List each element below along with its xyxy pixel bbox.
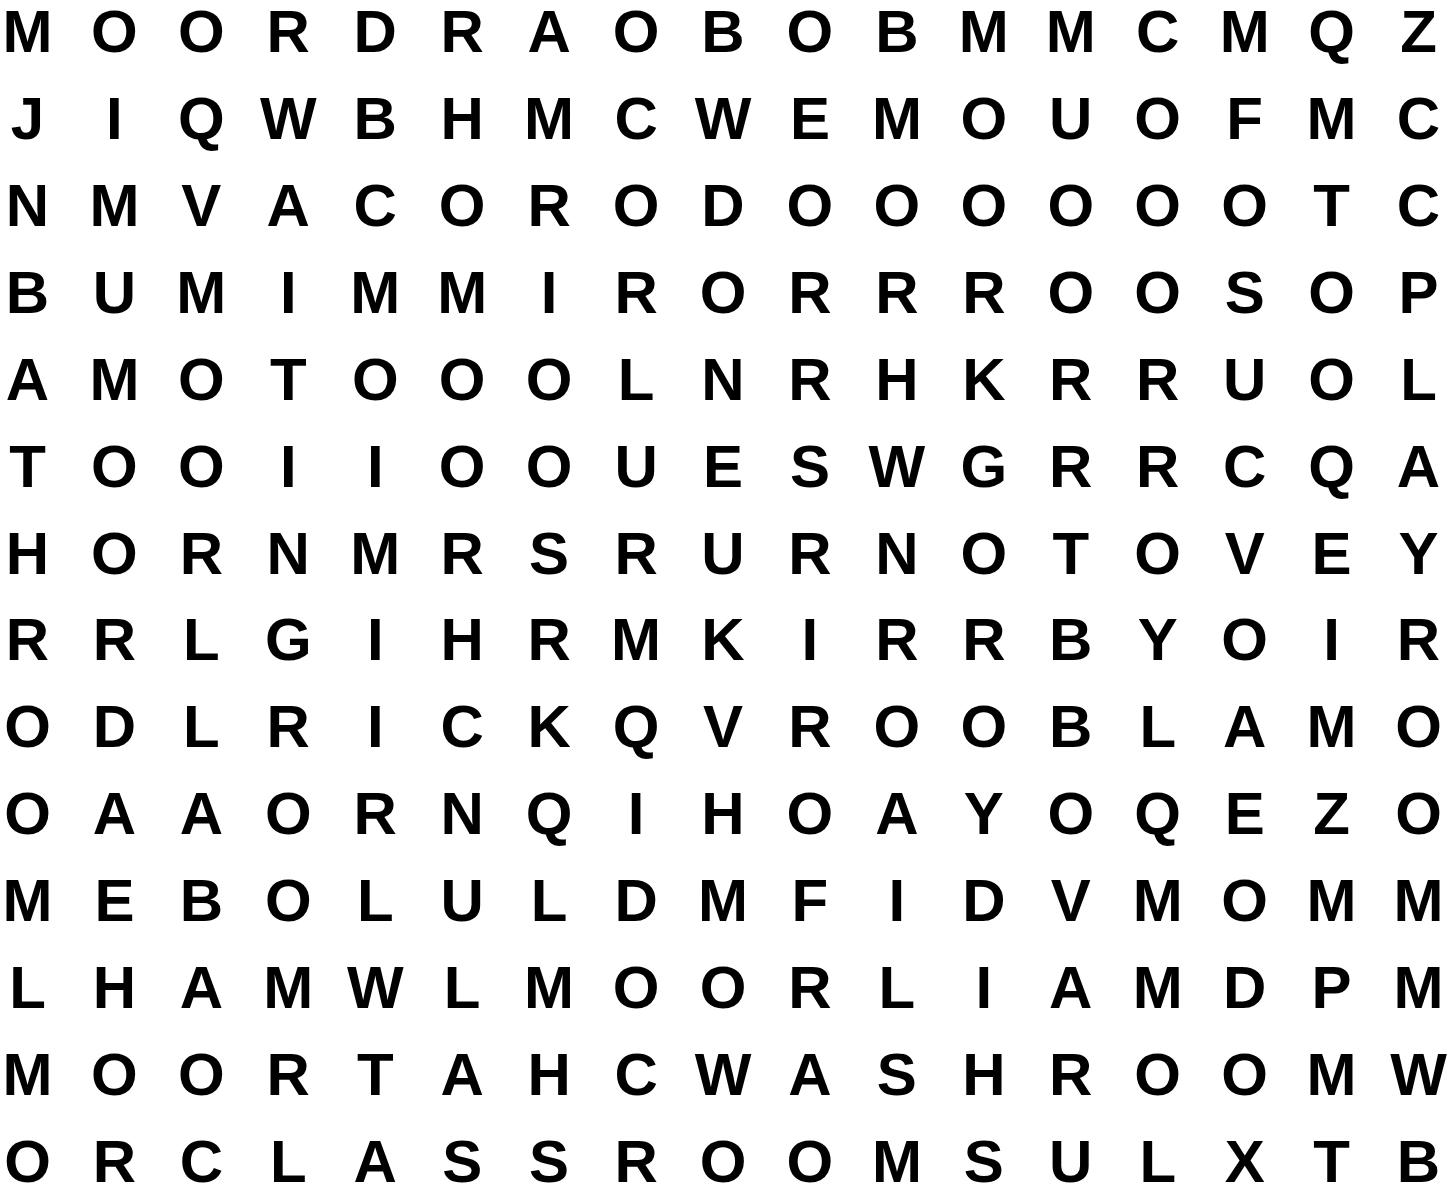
- grid-cell[interactable]: R: [245, 0, 332, 76]
- grid-cell[interactable]: O: [245, 858, 332, 945]
- grid-cell[interactable]: M: [1201, 0, 1288, 76]
- grid-cell[interactable]: S: [419, 1118, 506, 1194]
- grid-cell[interactable]: L: [1114, 684, 1201, 771]
- grid-cell[interactable]: M: [1375, 944, 1454, 1031]
- grid-cell[interactable]: N: [853, 510, 940, 597]
- grid-cell[interactable]: T: [1027, 510, 1114, 597]
- grid-cell[interactable]: R: [593, 510, 680, 597]
- grid-cell[interactable]: M: [853, 1118, 940, 1194]
- grid-cell[interactable]: E: [766, 76, 853, 163]
- grid-cell[interactable]: O: [158, 1031, 245, 1118]
- grid-cell[interactable]: I: [853, 858, 940, 945]
- grid-cell[interactable]: Y: [1375, 510, 1454, 597]
- grid-cell[interactable]: F: [766, 858, 853, 945]
- grid-cell[interactable]: Y: [1114, 597, 1201, 684]
- grid-cell[interactable]: Y: [940, 771, 1027, 858]
- grid-cell[interactable]: Z: [1288, 771, 1375, 858]
- grid-cell[interactable]: L: [158, 684, 245, 771]
- grid-cell[interactable]: L: [593, 336, 680, 423]
- grid-cell[interactable]: K: [940, 336, 1027, 423]
- grid-cell[interactable]: A: [853, 771, 940, 858]
- grid-cell[interactable]: H: [419, 76, 506, 163]
- grid-cell[interactable]: C: [593, 76, 680, 163]
- grid-cell[interactable]: O: [158, 0, 245, 76]
- grid-cell[interactable]: O: [1114, 510, 1201, 597]
- grid-cell[interactable]: C: [1375, 163, 1454, 250]
- grid-cell[interactable]: I: [1288, 597, 1375, 684]
- grid-cell[interactable]: R: [0, 597, 71, 684]
- grid-cell[interactable]: O: [158, 423, 245, 510]
- grid-cell[interactable]: C: [332, 163, 419, 250]
- grid-cell[interactable]: M: [1114, 944, 1201, 1031]
- grid-cell[interactable]: B: [1027, 684, 1114, 771]
- grid-cell[interactable]: U: [593, 423, 680, 510]
- grid-cell[interactable]: M: [419, 250, 506, 337]
- grid-cell[interactable]: O: [506, 336, 593, 423]
- grid-cell[interactable]: O: [0, 771, 71, 858]
- grid-cell[interactable]: N: [0, 163, 71, 250]
- grid-cell[interactable]: B: [853, 0, 940, 76]
- grid-cell[interactable]: R: [71, 1118, 158, 1194]
- grid-cell[interactable]: K: [506, 684, 593, 771]
- grid-cell[interactable]: M: [506, 76, 593, 163]
- grid-cell[interactable]: A: [1027, 944, 1114, 1031]
- grid-cell[interactable]: Z: [1375, 0, 1454, 76]
- grid-cell[interactable]: M: [1027, 0, 1114, 76]
- grid-cell[interactable]: R: [1114, 423, 1201, 510]
- grid-cell[interactable]: I: [332, 423, 419, 510]
- grid-cell[interactable]: O: [71, 423, 158, 510]
- grid-cell[interactable]: L: [1375, 336, 1454, 423]
- grid-cell[interactable]: O: [419, 163, 506, 250]
- word-search-grid: MOORDRAOBOBMMCMQZJIQWBHMCWEMOUOFMCNMVACO…: [0, 0, 1454, 1194]
- grid-cell[interactable]: U: [1027, 1118, 1114, 1194]
- grid-cell[interactable]: B: [680, 0, 767, 76]
- grid-cell[interactable]: M: [1375, 858, 1454, 945]
- grid-cell[interactable]: V: [158, 163, 245, 250]
- grid-cell[interactable]: M: [680, 858, 767, 945]
- grid-cell[interactable]: O: [1201, 163, 1288, 250]
- grid-cell[interactable]: H: [419, 597, 506, 684]
- grid-cell[interactable]: B: [1027, 597, 1114, 684]
- grid-cell[interactable]: C: [1375, 76, 1454, 163]
- grid-cell[interactable]: U: [419, 858, 506, 945]
- grid-cell[interactable]: O: [766, 163, 853, 250]
- grid-cell[interactable]: L: [245, 1118, 332, 1194]
- grid-cell[interactable]: O: [245, 771, 332, 858]
- grid-cell[interactable]: M: [593, 597, 680, 684]
- grid-cell[interactable]: A: [1201, 684, 1288, 771]
- grid-cell[interactable]: O: [1375, 684, 1454, 771]
- grid-cell[interactable]: D: [593, 858, 680, 945]
- grid-cell[interactable]: O: [1114, 163, 1201, 250]
- grid-cell[interactable]: O: [680, 944, 767, 1031]
- grid-cell[interactable]: M: [853, 76, 940, 163]
- grid-cell[interactable]: E: [680, 423, 767, 510]
- grid-cell[interactable]: M: [332, 510, 419, 597]
- grid-cell[interactable]: S: [940, 1118, 1027, 1194]
- grid-cell[interactable]: M: [1288, 1031, 1375, 1118]
- grid-cell[interactable]: R: [1027, 336, 1114, 423]
- grid-cell[interactable]: H: [0, 510, 71, 597]
- grid-cell[interactable]: R: [158, 510, 245, 597]
- grid-cell[interactable]: R: [1375, 597, 1454, 684]
- grid-cell[interactable]: R: [940, 250, 1027, 337]
- grid-cell[interactable]: O: [1114, 250, 1201, 337]
- grid-cell[interactable]: E: [1288, 510, 1375, 597]
- grid-cell[interactable]: W: [680, 76, 767, 163]
- grid-cell[interactable]: R: [419, 510, 506, 597]
- grid-cell[interactable]: O: [419, 336, 506, 423]
- grid-cell[interactable]: N: [419, 771, 506, 858]
- grid-cell[interactable]: X: [1201, 1118, 1288, 1194]
- grid-cell[interactable]: M: [71, 163, 158, 250]
- grid-cell[interactable]: O: [766, 1118, 853, 1194]
- grid-cell[interactable]: G: [940, 423, 1027, 510]
- grid-cell[interactable]: F: [1201, 76, 1288, 163]
- grid-cell[interactable]: O: [1201, 858, 1288, 945]
- grid-cell[interactable]: O: [1288, 336, 1375, 423]
- grid-cell[interactable]: B: [158, 858, 245, 945]
- grid-cell[interactable]: M: [506, 944, 593, 1031]
- grid-cell[interactable]: A: [506, 0, 593, 76]
- grid-cell[interactable]: I: [71, 76, 158, 163]
- grid-cell[interactable]: N: [245, 510, 332, 597]
- grid-cell[interactable]: R: [593, 250, 680, 337]
- grid-cell[interactable]: O: [940, 163, 1027, 250]
- grid-cell[interactable]: R: [593, 1118, 680, 1194]
- grid-cell[interactable]: C: [419, 684, 506, 771]
- grid-cell[interactable]: M: [1288, 858, 1375, 945]
- grid-cell[interactable]: W: [1375, 1031, 1454, 1118]
- grid-cell[interactable]: L: [332, 858, 419, 945]
- grid-cell[interactable]: T: [1288, 163, 1375, 250]
- grid-cell[interactable]: O: [0, 1118, 71, 1194]
- grid-cell[interactable]: I: [332, 684, 419, 771]
- grid-cell[interactable]: I: [332, 597, 419, 684]
- grid-cell[interactable]: R: [766, 250, 853, 337]
- grid-cell[interactable]: N: [680, 336, 767, 423]
- grid-cell[interactable]: I: [593, 771, 680, 858]
- grid-cell[interactable]: A: [0, 336, 71, 423]
- grid-cell[interactable]: R: [419, 0, 506, 76]
- grid-cell[interactable]: Q: [506, 771, 593, 858]
- grid-cell[interactable]: D: [71, 684, 158, 771]
- grid-cell[interactable]: M: [0, 0, 71, 76]
- grid-cell[interactable]: O: [766, 0, 853, 76]
- grid-cell[interactable]: M: [940, 0, 1027, 76]
- grid-cell[interactable]: A: [71, 771, 158, 858]
- grid-cell[interactable]: A: [158, 944, 245, 1031]
- grid-cell[interactable]: U: [1027, 76, 1114, 163]
- grid-cell[interactable]: O: [158, 336, 245, 423]
- grid-cell[interactable]: T: [245, 336, 332, 423]
- grid-cell[interactable]: A: [1375, 423, 1454, 510]
- grid-cell[interactable]: W: [245, 76, 332, 163]
- grid-cell[interactable]: O: [419, 423, 506, 510]
- grid-cell[interactable]: L: [506, 858, 593, 945]
- grid-cell[interactable]: V: [1027, 858, 1114, 945]
- grid-cell[interactable]: U: [1201, 336, 1288, 423]
- grid-cell[interactable]: O: [853, 684, 940, 771]
- grid-cell[interactable]: R: [766, 336, 853, 423]
- grid-cell[interactable]: U: [680, 510, 767, 597]
- grid-cell[interactable]: M: [245, 944, 332, 1031]
- grid-cell[interactable]: L: [0, 944, 71, 1031]
- grid-cell[interactable]: T: [332, 1031, 419, 1118]
- grid-cell[interactable]: R: [1114, 336, 1201, 423]
- grid-cell[interactable]: L: [1114, 1118, 1201, 1194]
- grid-cell[interactable]: D: [680, 163, 767, 250]
- grid-cell[interactable]: R: [853, 250, 940, 337]
- grid-cell[interactable]: W: [853, 423, 940, 510]
- grid-cell[interactable]: M: [1114, 858, 1201, 945]
- grid-cell[interactable]: C: [1114, 0, 1201, 76]
- grid-cell[interactable]: R: [71, 597, 158, 684]
- grid-cell[interactable]: K: [680, 597, 767, 684]
- grid-cell[interactable]: M: [0, 1031, 71, 1118]
- grid-cell[interactable]: I: [506, 250, 593, 337]
- grid-cell[interactable]: O: [71, 1031, 158, 1118]
- grid-cell[interactable]: O: [1027, 163, 1114, 250]
- grid-cell[interactable]: R: [245, 1031, 332, 1118]
- grid-cell[interactable]: O: [1114, 1031, 1201, 1118]
- grid-cell[interactable]: T: [1288, 1118, 1375, 1194]
- grid-cell[interactable]: B: [1375, 1118, 1454, 1194]
- grid-cell[interactable]: V: [1201, 510, 1288, 597]
- grid-cell[interactable]: C: [1201, 423, 1288, 510]
- grid-cell[interactable]: R: [766, 944, 853, 1031]
- grid-cell[interactable]: A: [245, 163, 332, 250]
- grid-cell[interactable]: O: [593, 163, 680, 250]
- grid-cell[interactable]: M: [158, 250, 245, 337]
- grid-cell[interactable]: A: [158, 771, 245, 858]
- grid-cell[interactable]: H: [71, 944, 158, 1031]
- grid-cell[interactable]: O: [1201, 1031, 1288, 1118]
- grid-cell[interactable]: O: [0, 684, 71, 771]
- grid-cell[interactable]: M: [1288, 684, 1375, 771]
- grid-cell[interactable]: I: [245, 423, 332, 510]
- grid-cell[interactable]: O: [940, 76, 1027, 163]
- grid-cell[interactable]: C: [158, 1118, 245, 1194]
- grid-cell[interactable]: O: [593, 944, 680, 1031]
- grid-cell[interactable]: R: [853, 597, 940, 684]
- grid-cell[interactable]: O: [1375, 771, 1454, 858]
- grid-cell[interactable]: O: [853, 163, 940, 250]
- grid-cell[interactable]: W: [332, 944, 419, 1031]
- grid-cell[interactable]: B: [0, 250, 71, 337]
- grid-cell[interactable]: R: [506, 597, 593, 684]
- grid-cell[interactable]: O: [1027, 250, 1114, 337]
- grid-cell[interactable]: L: [158, 597, 245, 684]
- grid-cell[interactable]: P: [1288, 944, 1375, 1031]
- grid-cell[interactable]: L: [419, 944, 506, 1031]
- grid-cell[interactable]: M: [0, 858, 71, 945]
- grid-cell[interactable]: H: [940, 1031, 1027, 1118]
- grid-cell[interactable]: S: [506, 510, 593, 597]
- grid-cell[interactable]: H: [853, 336, 940, 423]
- grid-cell[interactable]: M: [332, 250, 419, 337]
- grid-cell[interactable]: I: [940, 944, 1027, 1031]
- grid-cell[interactable]: R: [332, 771, 419, 858]
- grid-cell[interactable]: G: [245, 597, 332, 684]
- grid-cell[interactable]: R: [1027, 1031, 1114, 1118]
- grid-cell[interactable]: S: [766, 423, 853, 510]
- grid-cell[interactable]: O: [1027, 771, 1114, 858]
- grid-cell[interactable]: Q: [1288, 0, 1375, 76]
- grid-cell[interactable]: C: [593, 1031, 680, 1118]
- grid-cell[interactable]: I: [245, 250, 332, 337]
- grid-cell[interactable]: S: [1201, 250, 1288, 337]
- grid-cell[interactable]: D: [332, 0, 419, 76]
- grid-cell[interactable]: R: [766, 510, 853, 597]
- grid-cell[interactable]: R: [766, 684, 853, 771]
- grid-cell[interactable]: O: [1114, 76, 1201, 163]
- grid-cell[interactable]: R: [245, 684, 332, 771]
- grid-cell[interactable]: O: [593, 0, 680, 76]
- grid-cell[interactable]: R: [1027, 423, 1114, 510]
- grid-cell[interactable]: E: [1201, 771, 1288, 858]
- grid-cell[interactable]: T: [0, 423, 71, 510]
- grid-cell[interactable]: M: [71, 336, 158, 423]
- grid-cell[interactable]: L: [853, 944, 940, 1031]
- grid-cell[interactable]: O: [680, 250, 767, 337]
- grid-cell[interactable]: U: [71, 250, 158, 337]
- grid-cell[interactable]: O: [1201, 597, 1288, 684]
- grid-cell[interactable]: Q: [593, 684, 680, 771]
- grid-cell[interactable]: Q: [1288, 423, 1375, 510]
- grid-cell[interactable]: A: [332, 1118, 419, 1194]
- grid-cell[interactable]: H: [680, 771, 767, 858]
- grid-cell[interactable]: Q: [1114, 771, 1201, 858]
- grid-cell[interactable]: O: [332, 336, 419, 423]
- grid-cell[interactable]: R: [506, 163, 593, 250]
- grid-cell[interactable]: R: [940, 597, 1027, 684]
- grid-cell[interactable]: I: [766, 597, 853, 684]
- grid-cell[interactable]: P: [1375, 250, 1454, 337]
- grid-cell[interactable]: S: [853, 1031, 940, 1118]
- grid-cell[interactable]: D: [1201, 944, 1288, 1031]
- grid-cell[interactable]: S: [506, 1118, 593, 1194]
- grid-cell[interactable]: O: [1288, 250, 1375, 337]
- grid-cell[interactable]: Q: [158, 76, 245, 163]
- grid-cell[interactable]: H: [506, 1031, 593, 1118]
- grid-cell[interactable]: O: [71, 0, 158, 76]
- grid-cell[interactable]: A: [419, 1031, 506, 1118]
- grid-cell[interactable]: O: [71, 510, 158, 597]
- grid-cell[interactable]: O: [766, 771, 853, 858]
- grid-cell[interactable]: E: [71, 858, 158, 945]
- grid-cell[interactable]: M: [1288, 76, 1375, 163]
- grid-cell[interactable]: B: [332, 76, 419, 163]
- grid-cell[interactable]: J: [0, 76, 71, 163]
- grid-cell[interactable]: D: [940, 858, 1027, 945]
- grid-cell[interactable]: O: [940, 510, 1027, 597]
- grid-cell[interactable]: V: [680, 684, 767, 771]
- grid-cell[interactable]: A: [766, 1031, 853, 1118]
- grid-cell[interactable]: O: [940, 684, 1027, 771]
- grid-cell[interactable]: O: [680, 1118, 767, 1194]
- grid-cell[interactable]: O: [506, 423, 593, 510]
- grid-cell[interactable]: W: [680, 1031, 767, 1118]
